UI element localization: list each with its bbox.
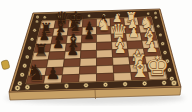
medallion-center	[89, 15, 90, 16]
medallion-center	[173, 82, 175, 84]
square-c5[interactable]	[80, 58, 97, 66]
square-c6[interactable]	[63, 59, 80, 68]
medallion-center	[160, 34, 161, 35]
medallion-center	[29, 47, 30, 48]
medallion-center	[37, 21, 38, 22]
fold-seam	[95, 90, 96, 100]
medallion-center	[144, 83, 145, 84]
square-b4[interactable]	[97, 65, 114, 73]
medallion-center	[27, 87, 28, 88]
medallion-center	[44, 17, 45, 18]
medallion-center	[124, 83, 125, 84]
medallion-center	[105, 84, 106, 85]
medallion-center	[27, 56, 28, 57]
chess-set-photo: ♛♚♟♟♜♜♝♞♟♞♟♞♟♟♟♛♟♟♟♝♟♝♜♟♟♟♟♜♞♟♝♚	[0, 0, 192, 112]
square-e4[interactable]	[97, 42, 113, 50]
clasp	[1, 60, 10, 70]
piece-bP-d6[interactable]: ♟	[66, 44, 78, 58]
piece-wP-f2[interactable]: ♟	[128, 27, 139, 39]
square-b5[interactable]	[79, 66, 96, 74]
medallion-center	[155, 13, 156, 14]
medallion-center	[163, 82, 164, 83]
square-a4[interactable]	[97, 73, 115, 81]
square-e5[interactable]	[81, 42, 97, 50]
medallion-center	[46, 86, 47, 87]
piece-bN-a8[interactable]: ♞	[26, 62, 45, 84]
medallion-center	[17, 87, 19, 89]
medallion-center	[162, 43, 163, 44]
medallion-center	[34, 30, 35, 31]
square-d5[interactable]	[80, 50, 96, 58]
square-a5[interactable]	[79, 74, 97, 82]
square-b3[interactable]	[113, 65, 131, 73]
piece-wK-a1[interactable]: ♚	[145, 54, 169, 80]
square-d7[interactable]	[48, 51, 65, 59]
piece-bP-a7[interactable]: ♟	[46, 66, 61, 82]
piece-wN-g4[interactable]: ♞	[97, 18, 111, 34]
medallion-center	[37, 17, 38, 18]
medallion-center	[171, 78, 172, 79]
medallion-center	[22, 74, 23, 75]
piece-bP-e7[interactable]: ♟	[52, 37, 64, 50]
medallion-center	[156, 17, 157, 18]
square-d4[interactable]	[97, 50, 113, 58]
square-a6[interactable]	[61, 74, 79, 83]
piece-wP-d3[interactable]: ♟	[114, 42, 126, 56]
piece-bP-f5[interactable]: ♟	[84, 29, 95, 41]
square-c4[interactable]	[97, 58, 114, 66]
medallion-center	[66, 85, 67, 86]
square-c3[interactable]	[113, 57, 130, 65]
medallion-center	[85, 85, 86, 86]
square-b6[interactable]	[62, 67, 80, 75]
piece-bR-d8[interactable]: ♜	[33, 42, 48, 59]
medallion-center	[19, 83, 20, 84]
